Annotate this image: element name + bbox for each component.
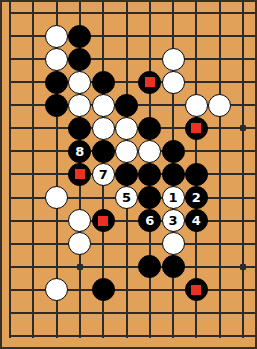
grid-line-horizontal bbox=[9, 243, 255, 245]
move-number-label: 1 bbox=[169, 191, 178, 204]
grid-line-horizontal bbox=[9, 266, 255, 268]
stone-white: 5 bbox=[115, 186, 138, 209]
stone-white: 3 bbox=[162, 209, 185, 232]
grid-line-horizontal bbox=[9, 220, 255, 222]
stone-white bbox=[45, 48, 68, 71]
move-number-label: 2 bbox=[192, 191, 201, 204]
red-square-mark bbox=[98, 216, 108, 226]
go-board: 87512634 bbox=[0, 0, 257, 349]
grid-line-horizontal bbox=[9, 12, 255, 14]
stone-black bbox=[68, 117, 91, 140]
red-square-mark bbox=[191, 123, 201, 133]
stone-black bbox=[115, 94, 138, 117]
stone-white bbox=[45, 278, 68, 301]
grid-line-vertical bbox=[242, 2, 244, 338]
stone-black bbox=[185, 278, 208, 301]
move-number-label: 8 bbox=[75, 145, 84, 158]
stone-black: 6 bbox=[138, 209, 161, 232]
move-number-label: 5 bbox=[122, 191, 131, 204]
grid-line-vertical bbox=[32, 2, 34, 338]
stone-black bbox=[138, 186, 161, 209]
star-point-icon bbox=[77, 264, 83, 270]
red-square-mark bbox=[145, 77, 155, 87]
stone-black bbox=[68, 163, 91, 186]
stone-black bbox=[92, 140, 115, 163]
stone-white bbox=[162, 232, 185, 255]
stone-black bbox=[185, 163, 208, 186]
stone-white bbox=[68, 94, 91, 117]
stone-white bbox=[68, 232, 91, 255]
stone-black: 2 bbox=[185, 186, 208, 209]
grid-line-vertical bbox=[219, 2, 221, 338]
move-number-label: 6 bbox=[145, 214, 154, 227]
stone-white bbox=[185, 94, 208, 117]
stone-black bbox=[138, 255, 161, 278]
stone-white bbox=[115, 117, 138, 140]
stone-white bbox=[208, 94, 231, 117]
stone-white bbox=[162, 71, 185, 94]
stone-white bbox=[68, 209, 91, 232]
stone-black bbox=[68, 25, 91, 48]
stone-white: 7 bbox=[92, 163, 115, 186]
stone-black bbox=[162, 255, 185, 278]
stone-black bbox=[162, 140, 185, 163]
stone-black: 8 bbox=[68, 140, 91, 163]
stone-white bbox=[92, 94, 115, 117]
stone-white bbox=[45, 25, 68, 48]
stone-white bbox=[68, 71, 91, 94]
go-diagram: 87512634 bbox=[0, 0, 257, 349]
stone-black bbox=[185, 117, 208, 140]
stone-white bbox=[92, 117, 115, 140]
move-number-label: 7 bbox=[99, 168, 108, 181]
stone-white bbox=[45, 186, 68, 209]
stone-white bbox=[138, 140, 161, 163]
stone-white bbox=[162, 48, 185, 71]
stone-black: 4 bbox=[185, 209, 208, 232]
red-square-mark bbox=[75, 169, 85, 179]
stone-black bbox=[45, 94, 68, 117]
grid-line-vertical bbox=[9, 2, 11, 338]
stone-black bbox=[92, 209, 115, 232]
stone-black bbox=[45, 71, 68, 94]
star-point-icon bbox=[240, 264, 246, 270]
stone-black bbox=[138, 163, 161, 186]
stone-black bbox=[115, 163, 138, 186]
stone-black bbox=[92, 71, 115, 94]
stone-black bbox=[138, 71, 161, 94]
stone-white: 1 bbox=[162, 186, 185, 209]
grid-line-horizontal bbox=[9, 335, 255, 337]
stone-white bbox=[115, 140, 138, 163]
star-point-icon bbox=[240, 125, 246, 131]
stone-black bbox=[138, 117, 161, 140]
red-square-mark bbox=[191, 285, 201, 295]
stone-black bbox=[162, 163, 185, 186]
stone-black bbox=[92, 278, 115, 301]
move-number-label: 4 bbox=[192, 214, 201, 227]
stone-black bbox=[68, 48, 91, 71]
grid-line-horizontal bbox=[9, 312, 255, 314]
move-number-label: 3 bbox=[169, 214, 178, 227]
